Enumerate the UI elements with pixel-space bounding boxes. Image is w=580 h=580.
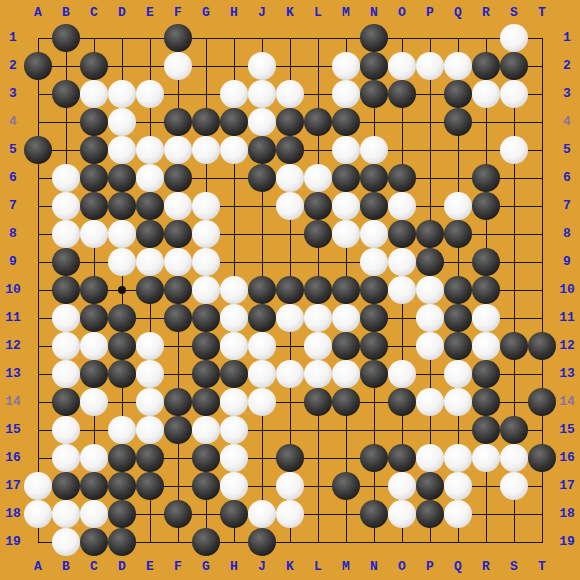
- row-label-right-11: 11: [554, 304, 580, 332]
- stone-white-D8: [108, 220, 136, 248]
- stone-black-R15: [472, 416, 500, 444]
- stone-black-N10: [360, 276, 388, 304]
- stone-white-G7: [192, 192, 220, 220]
- stone-black-C11: [80, 304, 108, 332]
- stone-white-E12: [136, 332, 164, 360]
- stone-black-C6: [80, 164, 108, 192]
- stone-black-S2: [500, 52, 528, 80]
- column-label-bottom-A: A: [24, 554, 52, 580]
- stone-white-J14: [248, 388, 276, 416]
- row-label-left-11: 11: [0, 304, 26, 332]
- row-label-right-16: 16: [554, 444, 580, 472]
- stone-black-E7: [136, 192, 164, 220]
- column-label-top-N: N: [360, 0, 388, 26]
- row-label-left-18: 18: [0, 500, 26, 528]
- stone-black-E8: [136, 220, 164, 248]
- row-label-right-17: 17: [554, 472, 580, 500]
- stone-black-O3: [388, 80, 416, 108]
- stone-white-J13: [248, 360, 276, 388]
- row-label-left-12: 12: [0, 332, 26, 360]
- stone-black-F11: [164, 304, 192, 332]
- stone-black-F10: [164, 276, 192, 304]
- stone-black-E16: [136, 444, 164, 472]
- row-label-right-2: 2: [554, 52, 580, 80]
- star-point-D10: [118, 286, 126, 294]
- stone-black-R7: [472, 192, 500, 220]
- stone-black-N18: [360, 500, 388, 528]
- stone-white-P14: [416, 388, 444, 416]
- stone-black-R14: [472, 388, 500, 416]
- row-label-right-6: 6: [554, 164, 580, 192]
- row-label-right-3: 3: [554, 80, 580, 108]
- stone-black-A2: [24, 52, 52, 80]
- stone-black-Q3: [444, 80, 472, 108]
- row-label-right-1: 1: [554, 24, 580, 52]
- stone-white-M7: [332, 192, 360, 220]
- column-label-bottom-S: S: [500, 554, 528, 580]
- stone-black-C13: [80, 360, 108, 388]
- column-label-top-H: H: [220, 0, 248, 26]
- stone-black-N7: [360, 192, 388, 220]
- row-label-right-13: 13: [554, 360, 580, 388]
- stone-white-E14: [136, 388, 164, 416]
- stone-white-Q2: [444, 52, 472, 80]
- column-label-bottom-R: R: [472, 554, 500, 580]
- row-label-left-14: 14: [0, 388, 26, 416]
- stone-black-T12: [528, 332, 556, 360]
- stone-black-Q12: [444, 332, 472, 360]
- stone-black-C19: [80, 528, 108, 556]
- stone-white-M8: [332, 220, 360, 248]
- stone-white-P2: [416, 52, 444, 80]
- stone-black-E17: [136, 472, 164, 500]
- stone-white-H5: [220, 136, 248, 164]
- stone-white-S5: [500, 136, 528, 164]
- column-label-bottom-F: F: [164, 554, 192, 580]
- stone-white-Q17: [444, 472, 472, 500]
- stone-white-D9: [108, 248, 136, 276]
- row-label-left-3: 3: [0, 80, 26, 108]
- column-label-bottom-T: T: [528, 554, 556, 580]
- stone-black-B1: [52, 24, 80, 52]
- stone-black-K4: [276, 108, 304, 136]
- stone-black-B3: [52, 80, 80, 108]
- stone-black-N13: [360, 360, 388, 388]
- stone-white-S3: [500, 80, 528, 108]
- stone-black-R10: [472, 276, 500, 304]
- stone-black-N3: [360, 80, 388, 108]
- stone-white-B8: [52, 220, 80, 248]
- stone-white-C3: [80, 80, 108, 108]
- row-label-right-5: 5: [554, 136, 580, 164]
- stone-black-O6: [388, 164, 416, 192]
- stone-white-P11: [416, 304, 444, 332]
- row-label-left-10: 10: [0, 276, 26, 304]
- stone-black-N16: [360, 444, 388, 472]
- stone-white-C8: [80, 220, 108, 248]
- row-label-left-2: 2: [0, 52, 26, 80]
- stone-white-K13: [276, 360, 304, 388]
- stone-black-B9: [52, 248, 80, 276]
- stone-white-N9: [360, 248, 388, 276]
- stone-black-Q10: [444, 276, 472, 304]
- stone-black-C10: [80, 276, 108, 304]
- stone-white-B6: [52, 164, 80, 192]
- column-label-bottom-B: B: [52, 554, 80, 580]
- stone-white-O18: [388, 500, 416, 528]
- column-label-top-J: J: [248, 0, 276, 26]
- column-label-bottom-J: J: [248, 554, 276, 580]
- stone-white-E9: [136, 248, 164, 276]
- row-label-right-12: 12: [554, 332, 580, 360]
- column-label-top-E: E: [136, 0, 164, 26]
- column-label-top-B: B: [52, 0, 80, 26]
- stone-white-R16: [472, 444, 500, 472]
- stone-black-G11: [192, 304, 220, 332]
- stone-black-C17: [80, 472, 108, 500]
- stone-white-P12: [416, 332, 444, 360]
- stone-black-F8: [164, 220, 192, 248]
- row-label-left-9: 9: [0, 248, 26, 276]
- stone-white-C12: [80, 332, 108, 360]
- stone-black-L14: [304, 388, 332, 416]
- stone-black-F1: [164, 24, 192, 52]
- stone-white-D5: [108, 136, 136, 164]
- stone-white-S16: [500, 444, 528, 472]
- column-label-top-G: G: [192, 0, 220, 26]
- stone-black-N2: [360, 52, 388, 80]
- stone-white-H3: [220, 80, 248, 108]
- stone-black-K5: [276, 136, 304, 164]
- stone-white-K11: [276, 304, 304, 332]
- stone-white-R12: [472, 332, 500, 360]
- column-label-top-F: F: [164, 0, 192, 26]
- row-label-left-7: 7: [0, 192, 26, 220]
- stone-black-C5: [80, 136, 108, 164]
- stone-white-G9: [192, 248, 220, 276]
- stone-black-R13: [472, 360, 500, 388]
- stone-black-J19: [248, 528, 276, 556]
- stone-white-M2: [332, 52, 360, 80]
- column-label-top-K: K: [276, 0, 304, 26]
- stone-white-F5: [164, 136, 192, 164]
- stone-white-C18: [80, 500, 108, 528]
- stone-white-F2: [164, 52, 192, 80]
- stone-white-P10: [416, 276, 444, 304]
- stone-black-P9: [416, 248, 444, 276]
- stone-white-L11: [304, 304, 332, 332]
- stone-white-S1: [500, 24, 528, 52]
- stone-black-L4: [304, 108, 332, 136]
- stone-white-M3: [332, 80, 360, 108]
- stone-black-D19: [108, 528, 136, 556]
- stone-white-O2: [388, 52, 416, 80]
- stone-white-D15: [108, 416, 136, 444]
- stone-white-F9: [164, 248, 192, 276]
- stone-black-D17: [108, 472, 136, 500]
- stone-white-Q7: [444, 192, 472, 220]
- stone-white-O10: [388, 276, 416, 304]
- stone-black-M10: [332, 276, 360, 304]
- stone-black-N11: [360, 304, 388, 332]
- stone-black-G12: [192, 332, 220, 360]
- column-label-bottom-C: C: [80, 554, 108, 580]
- stone-black-O14: [388, 388, 416, 416]
- stone-white-H17: [220, 472, 248, 500]
- stone-black-M6: [332, 164, 360, 192]
- stone-white-L6: [304, 164, 332, 192]
- stone-black-J10: [248, 276, 276, 304]
- stone-white-M13: [332, 360, 360, 388]
- stone-white-R3: [472, 80, 500, 108]
- stone-white-C16: [80, 444, 108, 472]
- row-label-right-7: 7: [554, 192, 580, 220]
- stone-black-C7: [80, 192, 108, 220]
- column-label-bottom-D: D: [108, 554, 136, 580]
- stone-black-D7: [108, 192, 136, 220]
- stone-white-K6: [276, 164, 304, 192]
- stone-black-B17: [52, 472, 80, 500]
- stone-black-O16: [388, 444, 416, 472]
- stone-black-Q8: [444, 220, 472, 248]
- column-label-top-P: P: [416, 0, 444, 26]
- stone-white-B11: [52, 304, 80, 332]
- stone-black-N12: [360, 332, 388, 360]
- row-label-left-8: 8: [0, 220, 26, 248]
- column-label-bottom-H: H: [220, 554, 248, 580]
- stone-white-H12: [220, 332, 248, 360]
- stone-white-H15: [220, 416, 248, 444]
- stone-black-R9: [472, 248, 500, 276]
- row-label-right-18: 18: [554, 500, 580, 528]
- stone-black-G13: [192, 360, 220, 388]
- stone-white-K3: [276, 80, 304, 108]
- stone-black-L8: [304, 220, 332, 248]
- stone-white-B13: [52, 360, 80, 388]
- stone-white-D4: [108, 108, 136, 136]
- stone-white-K17: [276, 472, 304, 500]
- column-label-top-O: O: [388, 0, 416, 26]
- stone-white-B12: [52, 332, 80, 360]
- column-label-top-C: C: [80, 0, 108, 26]
- column-label-top-T: T: [528, 0, 556, 26]
- row-label-left-17: 17: [0, 472, 26, 500]
- stone-black-L10: [304, 276, 332, 304]
- stone-white-B7: [52, 192, 80, 220]
- stone-black-D13: [108, 360, 136, 388]
- stone-white-E3: [136, 80, 164, 108]
- column-label-top-A: A: [24, 0, 52, 26]
- stone-black-M4: [332, 108, 360, 136]
- stone-black-G16: [192, 444, 220, 472]
- stone-white-Q18: [444, 500, 472, 528]
- stone-white-G10: [192, 276, 220, 304]
- stone-white-C14: [80, 388, 108, 416]
- stone-white-M11: [332, 304, 360, 332]
- stone-white-O9: [388, 248, 416, 276]
- row-label-left-16: 16: [0, 444, 26, 472]
- stone-black-C4: [80, 108, 108, 136]
- column-label-bottom-E: E: [136, 554, 164, 580]
- stone-black-M12: [332, 332, 360, 360]
- stone-black-J5: [248, 136, 276, 164]
- stone-white-J2: [248, 52, 276, 80]
- row-label-left-5: 5: [0, 136, 26, 164]
- stone-white-F7: [164, 192, 192, 220]
- column-label-top-M: M: [332, 0, 360, 26]
- stone-black-F4: [164, 108, 192, 136]
- stone-white-O7: [388, 192, 416, 220]
- stone-black-B10: [52, 276, 80, 304]
- column-label-top-D: D: [108, 0, 136, 26]
- stone-white-H16: [220, 444, 248, 472]
- row-label-left-19: 19: [0, 528, 26, 556]
- stone-black-B14: [52, 388, 80, 416]
- stone-white-S17: [500, 472, 528, 500]
- stone-white-B18: [52, 500, 80, 528]
- column-label-top-L: L: [304, 0, 332, 26]
- stone-white-N5: [360, 136, 388, 164]
- stone-black-O8: [388, 220, 416, 248]
- stone-black-S15: [500, 416, 528, 444]
- stone-white-H10: [220, 276, 248, 304]
- stone-black-G19: [192, 528, 220, 556]
- stone-white-J4: [248, 108, 276, 136]
- stone-white-A17: [24, 472, 52, 500]
- stone-white-G5: [192, 136, 220, 164]
- row-label-left-13: 13: [0, 360, 26, 388]
- row-label-right-4: 4: [554, 108, 580, 136]
- row-label-right-8: 8: [554, 220, 580, 248]
- stone-black-P18: [416, 500, 444, 528]
- stone-black-E10: [136, 276, 164, 304]
- column-label-bottom-L: L: [304, 554, 332, 580]
- row-label-right-9: 9: [554, 248, 580, 276]
- stone-white-L13: [304, 360, 332, 388]
- stone-black-Q11: [444, 304, 472, 332]
- column-label-bottom-K: K: [276, 554, 304, 580]
- stone-white-Q16: [444, 444, 472, 472]
- stone-white-A18: [24, 500, 52, 528]
- stone-black-T16: [528, 444, 556, 472]
- stone-black-H4: [220, 108, 248, 136]
- stone-white-E5: [136, 136, 164, 164]
- column-label-bottom-N: N: [360, 554, 388, 580]
- stone-black-D6: [108, 164, 136, 192]
- row-label-left-15: 15: [0, 416, 26, 444]
- row-label-left-1: 1: [0, 24, 26, 52]
- stone-black-J11: [248, 304, 276, 332]
- column-label-bottom-M: M: [332, 554, 360, 580]
- stone-white-Q13: [444, 360, 472, 388]
- column-label-top-R: R: [472, 0, 500, 26]
- stone-black-L7: [304, 192, 332, 220]
- stone-black-P8: [416, 220, 444, 248]
- row-label-right-14: 14: [554, 388, 580, 416]
- stone-white-E15: [136, 416, 164, 444]
- stone-white-H11: [220, 304, 248, 332]
- stone-black-F14: [164, 388, 192, 416]
- stone-black-F6: [164, 164, 192, 192]
- stone-white-K18: [276, 500, 304, 528]
- stone-white-B15: [52, 416, 80, 444]
- stone-black-F15: [164, 416, 192, 444]
- stone-black-K16: [276, 444, 304, 472]
- stone-black-F18: [164, 500, 192, 528]
- row-label-right-19: 19: [554, 528, 580, 556]
- stone-black-H18: [220, 500, 248, 528]
- stone-white-D3: [108, 80, 136, 108]
- stone-white-M5: [332, 136, 360, 164]
- stone-white-O13: [388, 360, 416, 388]
- row-label-right-15: 15: [554, 416, 580, 444]
- stone-black-D16: [108, 444, 136, 472]
- stone-black-P17: [416, 472, 444, 500]
- stone-white-P16: [416, 444, 444, 472]
- row-label-left-6: 6: [0, 164, 26, 192]
- stone-white-K7: [276, 192, 304, 220]
- stone-white-E6: [136, 164, 164, 192]
- column-label-bottom-P: P: [416, 554, 444, 580]
- row-label-right-10: 10: [554, 276, 580, 304]
- column-label-bottom-Q: Q: [444, 554, 472, 580]
- stone-white-O17: [388, 472, 416, 500]
- row-label-left-4: 4: [0, 108, 26, 136]
- stone-white-J3: [248, 80, 276, 108]
- stone-black-D11: [108, 304, 136, 332]
- stone-white-J18: [248, 500, 276, 528]
- stone-black-G17: [192, 472, 220, 500]
- stone-white-B19: [52, 528, 80, 556]
- stone-black-A5: [24, 136, 52, 164]
- stone-black-D18: [108, 500, 136, 528]
- column-label-bottom-O: O: [388, 554, 416, 580]
- stone-black-T14: [528, 388, 556, 416]
- column-label-bottom-G: G: [192, 554, 220, 580]
- stone-white-B16: [52, 444, 80, 472]
- stone-black-Q4: [444, 108, 472, 136]
- stone-black-D12: [108, 332, 136, 360]
- column-label-top-Q: Q: [444, 0, 472, 26]
- stone-black-G14: [192, 388, 220, 416]
- stone-white-L12: [304, 332, 332, 360]
- column-label-top-S: S: [500, 0, 528, 26]
- stone-white-G15: [192, 416, 220, 444]
- go-board-screenshot: ABCDEFGHJKLMNOPQRST ABCDEFGHJKLMNOPQRST …: [0, 0, 580, 580]
- stone-black-M17: [332, 472, 360, 500]
- stone-white-J12: [248, 332, 276, 360]
- stone-white-H14: [220, 388, 248, 416]
- stone-white-R11: [472, 304, 500, 332]
- stone-black-M14: [332, 388, 360, 416]
- stone-black-C2: [80, 52, 108, 80]
- stone-black-N6: [360, 164, 388, 192]
- stone-black-G4: [192, 108, 220, 136]
- stone-black-S12: [500, 332, 528, 360]
- stone-black-R6: [472, 164, 500, 192]
- stone-black-R2: [472, 52, 500, 80]
- stone-white-Q14: [444, 388, 472, 416]
- stone-white-E13: [136, 360, 164, 388]
- stone-black-N1: [360, 24, 388, 52]
- stone-black-J6: [248, 164, 276, 192]
- go-board: ABCDEFGHJKLMNOPQRST ABCDEFGHJKLMNOPQRST …: [0, 0, 580, 580]
- stone-black-H13: [220, 360, 248, 388]
- stone-black-K10: [276, 276, 304, 304]
- stone-white-N8: [360, 220, 388, 248]
- stone-white-G8: [192, 220, 220, 248]
